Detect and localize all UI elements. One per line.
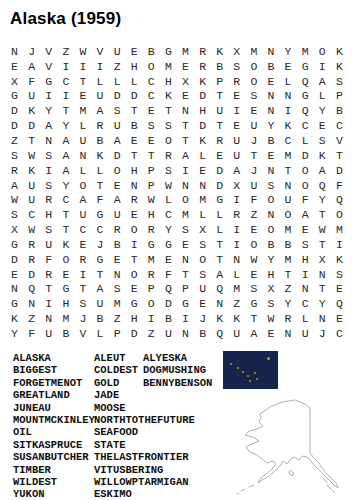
grid-cell[interactable]: G [143, 237, 160, 252]
grid-cell[interactable]: N [177, 178, 194, 193]
grid-cell[interactable]: O [126, 267, 143, 282]
grid-cell[interactable]: E [126, 207, 143, 222]
grid-cell[interactable]: T [211, 237, 228, 252]
grid-cell[interactable]: K [211, 44, 228, 59]
grid-cell[interactable]: S [6, 148, 23, 163]
grid-cell[interactable]: G [211, 192, 228, 207]
grid-cell[interactable]: U [211, 103, 228, 118]
grid-cell[interactable]: N [262, 103, 279, 118]
grid-cell[interactable]: O [177, 192, 194, 207]
grid-cell[interactable]: S [194, 267, 211, 282]
grid-cell[interactable]: U [109, 118, 126, 133]
grid-cell[interactable]: S [262, 178, 279, 193]
grid-cell[interactable]: Q [314, 178, 331, 193]
grid-cell[interactable]: L [194, 207, 211, 222]
grid-cell[interactable]: F [331, 178, 348, 193]
grid-cell[interactable]: B [262, 237, 279, 252]
grid-cell[interactable]: O [194, 252, 211, 267]
grid-cell[interactable]: C [23, 207, 40, 222]
grid-cell[interactable]: K [314, 148, 331, 163]
grid-cell[interactable]: F [23, 326, 40, 341]
grid-cell[interactable]: R [228, 207, 245, 222]
grid-cell[interactable]: B [262, 59, 279, 74]
grid-cell[interactable]: N [194, 178, 211, 193]
grid-cell[interactable]: E [126, 282, 143, 297]
grid-cell[interactable]: S [262, 296, 279, 311]
grid-cell[interactable]: Y [160, 222, 177, 237]
grid-cell[interactable]: N [74, 148, 91, 163]
grid-cell[interactable]: O [57, 252, 74, 267]
grid-cell[interactable]: Z [57, 44, 74, 59]
grid-cell[interactable]: N [262, 44, 279, 59]
grid-cell[interactable]: I [91, 59, 108, 74]
grid-cell[interactable]: Q [331, 296, 348, 311]
grid-cell[interactable]: L [91, 163, 108, 178]
grid-cell[interactable]: E [57, 267, 74, 282]
grid-cell[interactable]: R [194, 44, 211, 59]
grid-cell[interactable]: A [6, 178, 23, 193]
grid-cell[interactable]: L [228, 267, 245, 282]
grid-cell[interactable]: V [74, 326, 91, 341]
grid-cell[interactable]: P [177, 282, 194, 297]
grid-cell[interactable]: T [57, 103, 74, 118]
grid-cell[interactable]: O [160, 133, 177, 148]
grid-cell[interactable]: U [74, 133, 91, 148]
grid-cell[interactable]: E [143, 103, 160, 118]
grid-cell[interactable]: I [40, 296, 57, 311]
grid-cell[interactable]: E [177, 89, 194, 104]
grid-cell[interactable]: K [228, 311, 245, 326]
grid-cell[interactable]: U [40, 326, 57, 341]
grid-cell[interactable]: O [331, 207, 348, 222]
grid-cell[interactable]: D [297, 148, 314, 163]
grid-cell[interactable]: W [314, 222, 331, 237]
grid-cell[interactable]: D [211, 178, 228, 193]
grid-cell[interactable]: K [57, 237, 74, 252]
grid-cell[interactable]: N [314, 267, 331, 282]
grid-cell[interactable]: S [177, 222, 194, 237]
grid-cell[interactable]: M [57, 311, 74, 326]
grid-cell[interactable]: T [211, 118, 228, 133]
grid-cell[interactable]: L [211, 222, 228, 237]
grid-cell[interactable]: U [297, 326, 314, 341]
grid-cell[interactable]: T [91, 178, 108, 193]
grid-cell[interactable]: R [228, 74, 245, 89]
grid-cell[interactable]: L [194, 148, 211, 163]
grid-cell[interactable]: I [228, 103, 245, 118]
grid-cell[interactable]: L [297, 311, 314, 326]
grid-cell[interactable]: N [297, 282, 314, 297]
grid-cell[interactable]: T [314, 282, 331, 297]
grid-cell[interactable]: H [160, 74, 177, 89]
grid-cell[interactable]: E [245, 267, 262, 282]
grid-cell[interactable]: E [160, 252, 177, 267]
grid-cell[interactable]: E [126, 44, 143, 59]
grid-cell[interactable]: S [109, 282, 126, 297]
grid-cell[interactable]: S [40, 148, 57, 163]
grid-cell[interactable]: J [23, 44, 40, 59]
grid-cell[interactable]: R [23, 237, 40, 252]
grid-cell[interactable]: W [23, 222, 40, 237]
grid-cell[interactable]: L [297, 133, 314, 148]
grid-cell[interactable]: H [126, 59, 143, 74]
grid-cell[interactable]: Y [262, 118, 279, 133]
grid-cell[interactable]: B [211, 59, 228, 74]
grid-cell[interactable]: I [74, 59, 91, 74]
grid-cell[interactable]: I [314, 59, 331, 74]
grid-cell[interactable]: U [109, 44, 126, 59]
grid-cell[interactable]: N [177, 103, 194, 118]
grid-cell[interactable]: Q [297, 103, 314, 118]
grid-cell[interactable]: O [262, 222, 279, 237]
grid-cell[interactable]: T [126, 103, 143, 118]
grid-cell[interactable]: E [331, 282, 348, 297]
grid-cell[interactable]: E [6, 267, 23, 282]
grid-cell[interactable]: K [23, 103, 40, 118]
grid-cell[interactable]: M [177, 207, 194, 222]
grid-cell[interactable]: M [280, 252, 297, 267]
grid-cell[interactable]: M [280, 148, 297, 163]
grid-cell[interactable]: R [194, 59, 211, 74]
grid-cell[interactable]: N [262, 163, 279, 178]
grid-cell[interactable]: E [194, 296, 211, 311]
grid-cell[interactable]: T [57, 222, 74, 237]
grid-cell[interactable]: O [280, 207, 297, 222]
grid-cell[interactable]: S [160, 163, 177, 178]
grid-cell[interactable]: I [143, 311, 160, 326]
grid-cell[interactable]: C [160, 207, 177, 222]
grid-cell[interactable]: R [40, 192, 57, 207]
grid-cell[interactable]: D [23, 267, 40, 282]
grid-cell[interactable]: U [23, 192, 40, 207]
grid-cell[interactable]: S [314, 133, 331, 148]
grid-cell[interactable]: X [6, 74, 23, 89]
grid-cell[interactable]: O [245, 74, 262, 89]
grid-cell[interactable]: L [314, 89, 331, 104]
grid-cell[interactable]: W [262, 311, 279, 326]
grid-cell[interactable]: C [143, 89, 160, 104]
grid-cell[interactable]: M [177, 44, 194, 59]
grid-cell[interactable]: B [160, 311, 177, 326]
grid-cell[interactable]: X [228, 44, 245, 59]
grid-cell[interactable]: A [109, 133, 126, 148]
grid-cell[interactable]: N [109, 267, 126, 282]
grid-cell[interactable]: T [331, 148, 348, 163]
grid-cell[interactable]: Z [245, 207, 262, 222]
grid-cell[interactable]: S [6, 207, 23, 222]
grid-cell[interactable]: I [177, 163, 194, 178]
grid-cell[interactable]: H [57, 296, 74, 311]
grid-cell[interactable]: H [143, 207, 160, 222]
grid-cell[interactable]: T [40, 282, 57, 297]
grid-cell[interactable]: K [91, 148, 108, 163]
grid-cell[interactable]: N [40, 133, 57, 148]
grid-cell[interactable]: T [91, 267, 108, 282]
grid-cell[interactable]: O [314, 44, 331, 59]
grid-cell[interactable]: O [245, 59, 262, 74]
grid-cell[interactable]: F [245, 192, 262, 207]
grid-cell[interactable]: T [143, 148, 160, 163]
grid-cell[interactable]: S [245, 282, 262, 297]
grid-cell[interactable]: B [91, 133, 108, 148]
grid-cell[interactable]: A [228, 163, 245, 178]
grid-cell[interactable]: K [194, 74, 211, 89]
grid-cell[interactable]: W [245, 252, 262, 267]
grid-cell[interactable]: K [331, 252, 348, 267]
grid-cell[interactable]: T [211, 89, 228, 104]
grid-cell[interactable]: S [331, 267, 348, 282]
grid-cell[interactable]: U [280, 192, 297, 207]
grid-cell[interactable]: A [91, 282, 108, 297]
grid-cell[interactable]: I [126, 237, 143, 252]
grid-cell[interactable]: Z [143, 326, 160, 341]
grid-cell[interactable]: Q [23, 282, 40, 297]
grid-cell[interactable]: A [57, 148, 74, 163]
grid-cell[interactable]: J [314, 326, 331, 341]
grid-cell[interactable]: U [91, 296, 108, 311]
grid-cell[interactable]: I [228, 192, 245, 207]
grid-cell[interactable]: D [126, 89, 143, 104]
grid-cell[interactable]: L [126, 74, 143, 89]
grid-cell[interactable]: K [280, 118, 297, 133]
grid-cell[interactable]: M [194, 192, 211, 207]
grid-cell[interactable]: B [91, 311, 108, 326]
grid-cell[interactable]: C [57, 74, 74, 89]
grid-cell[interactable]: G [57, 282, 74, 297]
grid-cell[interactable]: E [74, 89, 91, 104]
grid-cell[interactable]: Z [280, 282, 297, 297]
grid-cell[interactable]: G [6, 296, 23, 311]
grid-cell[interactable]: D [6, 103, 23, 118]
grid-cell[interactable]: H [297, 252, 314, 267]
grid-cell[interactable]: G [91, 207, 108, 222]
grid-cell[interactable]: H [194, 103, 211, 118]
grid-cell[interactable]: E [314, 118, 331, 133]
grid-cell[interactable]: T [74, 74, 91, 89]
grid-cell[interactable]: G [6, 89, 23, 104]
grid-cell[interactable]: Z [109, 311, 126, 326]
grid-cell[interactable]: M [74, 103, 91, 118]
grid-cell[interactable]: E [280, 59, 297, 74]
grid-cell[interactable]: F [297, 192, 314, 207]
grid-cell[interactable]: E [194, 163, 211, 178]
grid-cell[interactable]: Z [109, 59, 126, 74]
grid-cell[interactable]: O [297, 163, 314, 178]
grid-cell[interactable]: G [91, 252, 108, 267]
grid-cell[interactable]: R [91, 118, 108, 133]
grid-cell[interactable]: E [297, 222, 314, 237]
grid-cell[interactable]: B [194, 326, 211, 341]
grid-cell[interactable]: C [297, 118, 314, 133]
grid-cell[interactable]: G [160, 237, 177, 252]
grid-cell[interactable]: S [297, 237, 314, 252]
grid-cell[interactable]: R [143, 222, 160, 237]
grid-cell[interactable]: P [211, 74, 228, 89]
grid-cell[interactable]: R [160, 148, 177, 163]
grid-cell[interactable]: U [245, 178, 262, 193]
grid-cell[interactable]: N [211, 296, 228, 311]
grid-cell[interactable]: K [331, 59, 348, 74]
grid-cell[interactable]: B [57, 326, 74, 341]
grid-cell[interactable]: E [126, 133, 143, 148]
grid-cell[interactable]: S [245, 89, 262, 104]
grid-cell[interactable]: Y [314, 192, 331, 207]
grid-cell[interactable]: D [194, 118, 211, 133]
grid-cell[interactable]: P [143, 163, 160, 178]
grid-cell[interactable]: S [331, 74, 348, 89]
grid-cell[interactable]: R [109, 222, 126, 237]
grid-cell[interactable]: T [57, 207, 74, 222]
grid-cell[interactable]: B [109, 237, 126, 252]
grid-cell[interactable]: T [245, 148, 262, 163]
grid-cell[interactable]: V [40, 59, 57, 74]
grid-cell[interactable]: E [177, 237, 194, 252]
grid-cell[interactable]: S [40, 178, 57, 193]
grid-cell[interactable]: L [160, 192, 177, 207]
grid-cell[interactable]: X [177, 74, 194, 89]
grid-cell[interactable]: Q [160, 282, 177, 297]
grid-cell[interactable]: B [280, 237, 297, 252]
grid-cell[interactable]: R [40, 267, 57, 282]
grid-cell[interactable]: N [6, 282, 23, 297]
grid-cell[interactable]: D [6, 252, 23, 267]
grid-cell[interactable]: A [109, 192, 126, 207]
grid-cell[interactable]: H [126, 163, 143, 178]
grid-cell[interactable]: G [297, 59, 314, 74]
grid-cell[interactable]: O [109, 163, 126, 178]
grid-cell[interactable]: L [211, 207, 228, 222]
grid-cell[interactable]: M [297, 44, 314, 59]
grid-cell[interactable]: Y [280, 296, 297, 311]
grid-cell[interactable]: U [91, 89, 108, 104]
grid-cell[interactable]: N [280, 89, 297, 104]
grid-cell[interactable]: P [143, 282, 160, 297]
grid-cell[interactable]: E [177, 59, 194, 74]
grid-cell[interactable]: Y [262, 252, 279, 267]
grid-cell[interactable]: K [6, 311, 23, 326]
grid-cell[interactable]: R [23, 252, 40, 267]
grid-cell[interactable]: W [23, 148, 40, 163]
grid-cell[interactable]: E [109, 178, 126, 193]
grid-cell[interactable]: C [57, 192, 74, 207]
grid-cell[interactable]: E [262, 326, 279, 341]
grid-cell[interactable]: L [91, 326, 108, 341]
grid-cell[interactable]: O [297, 178, 314, 193]
grid-cell[interactable]: K [211, 311, 228, 326]
grid-cell[interactable]: T [160, 103, 177, 118]
grid-cell[interactable]: I [40, 163, 57, 178]
grid-cell[interactable]: N [40, 311, 57, 326]
grid-cell[interactable]: C [297, 296, 314, 311]
grid-cell[interactable]: U [40, 237, 57, 252]
grid-cell[interactable]: D [23, 118, 40, 133]
grid-cell[interactable]: G [297, 89, 314, 104]
grid-cell[interactable]: G [6, 237, 23, 252]
grid-cell[interactable]: H [126, 311, 143, 326]
grid-cell[interactable]: B [143, 44, 160, 59]
grid-cell[interactable]: A [91, 103, 108, 118]
grid-cell[interactable]: D [331, 163, 348, 178]
grid-cell[interactable]: D [109, 89, 126, 104]
grid-cell[interactable]: S [40, 222, 57, 237]
grid-cell[interactable]: R [6, 163, 23, 178]
grid-cell[interactable]: G [245, 296, 262, 311]
grid-cell[interactable]: J [91, 237, 108, 252]
grid-cell[interactable]: E [211, 148, 228, 163]
grid-cell[interactable]: C [74, 222, 91, 237]
grid-cell[interactable]: L [280, 74, 297, 89]
grid-cell[interactable]: W [160, 178, 177, 193]
grid-cell[interactable]: R [74, 252, 91, 267]
grid-cell[interactable]: O [245, 237, 262, 252]
grid-cell[interactable]: Y [314, 103, 331, 118]
grid-cell[interactable]: T [280, 267, 297, 282]
grid-cell[interactable]: L [74, 118, 91, 133]
grid-cell[interactable]: G [40, 74, 57, 89]
grid-cell[interactable]: U [228, 133, 245, 148]
grid-cell[interactable]: K [194, 133, 211, 148]
grid-cell[interactable]: F [91, 192, 108, 207]
grid-cell[interactable]: O [126, 222, 143, 237]
grid-cell[interactable]: F [160, 267, 177, 282]
grid-cell[interactable]: L [109, 74, 126, 89]
grid-cell[interactable]: E [109, 252, 126, 267]
grid-cell[interactable]: P [143, 178, 160, 193]
grid-cell[interactable]: T [177, 267, 194, 282]
grid-cell[interactable]: W [143, 192, 160, 207]
grid-cell[interactable]: J [194, 311, 211, 326]
grid-cell[interactable]: S [228, 59, 245, 74]
grid-cell[interactable]: M [228, 282, 245, 297]
grid-cell[interactable]: D [194, 89, 211, 104]
grid-cell[interactable]: A [74, 192, 91, 207]
grid-cell[interactable]: Y [280, 44, 297, 59]
grid-cell[interactable]: J [245, 163, 262, 178]
grid-cell[interactable]: T [126, 148, 143, 163]
grid-cell[interactable]: A [40, 118, 57, 133]
grid-cell[interactable]: E [245, 222, 262, 237]
grid-cell[interactable]: T [314, 237, 331, 252]
grid-cell[interactable]: K [331, 44, 348, 59]
grid-cell[interactable]: S [194, 237, 211, 252]
grid-cell[interactable]: X [262, 282, 279, 297]
grid-cell[interactable]: S [143, 118, 160, 133]
grid-cell[interactable]: G [126, 296, 143, 311]
grid-cell[interactable]: F [40, 252, 57, 267]
grid-cell[interactable]: S [74, 296, 91, 311]
grid-cell[interactable]: G [160, 44, 177, 59]
grid-cell[interactable]: K [23, 163, 40, 178]
grid-cell[interactable]: E [228, 89, 245, 104]
grid-cell[interactable]: P [109, 326, 126, 341]
grid-cell[interactable]: U [74, 207, 91, 222]
grid-cell[interactable]: Q [331, 192, 348, 207]
grid-cell[interactable]: S [109, 103, 126, 118]
grid-cell[interactable]: R [143, 267, 160, 282]
grid-cell[interactable]: J [74, 311, 91, 326]
grid-cell[interactable]: M [245, 44, 262, 59]
grid-cell[interactable]: I [228, 237, 245, 252]
grid-cell[interactable]: M [143, 252, 160, 267]
grid-cell[interactable]: B [262, 133, 279, 148]
grid-cell[interactable]: M [109, 296, 126, 311]
grid-cell[interactable]: C [331, 118, 348, 133]
grid-cell[interactable]: O [143, 59, 160, 74]
grid-cell[interactable]: E [245, 103, 262, 118]
grid-cell[interactable]: N [262, 207, 279, 222]
grid-cell[interactable]: U [23, 178, 40, 193]
grid-cell[interactable]: N [228, 252, 245, 267]
